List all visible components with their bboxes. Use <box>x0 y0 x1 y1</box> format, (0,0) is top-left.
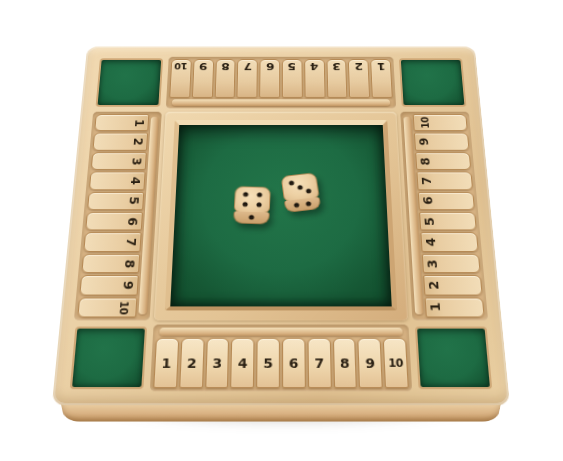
shut-the-box-board: 10987654321 12345678910 10987654321 1234… <box>52 47 510 406</box>
die-top-face <box>234 186 271 213</box>
die-left[interactable] <box>233 186 271 224</box>
tile-number: 3 <box>212 356 222 370</box>
tile-number: 6 <box>421 197 435 205</box>
tile-rack-bottom-player: 12345678910 <box>150 325 412 392</box>
corner-felt-top-right <box>399 58 467 106</box>
tile-number: 8 <box>340 356 350 370</box>
tile-number: 7 <box>314 356 324 370</box>
tile-right-4[interactable]: 4 <box>420 233 478 252</box>
tile-left-1[interactable]: 1 <box>94 114 149 131</box>
tile-number: 9 <box>121 281 135 290</box>
tile-number: 9 <box>417 138 430 146</box>
tile-number: 7 <box>243 61 252 71</box>
tile-right-8[interactable]: 8 <box>415 152 471 170</box>
die-pip <box>306 202 312 207</box>
die-pip <box>243 202 248 207</box>
tile-top-7[interactable]: 7 <box>237 59 258 98</box>
corner-felt-bottom-right <box>415 327 492 390</box>
tile-bottom-8[interactable]: 8 <box>332 338 357 388</box>
die-pip <box>297 185 303 190</box>
tile-number: 4 <box>424 238 438 247</box>
board-top-surface: 10987654321 12345678910 10987654321 1234… <box>52 47 510 406</box>
tile-number: 2 <box>427 281 441 290</box>
die-right[interactable] <box>281 173 322 213</box>
tile-number: 10 <box>118 301 130 315</box>
dice-pit <box>154 112 408 321</box>
tile-top-6[interactable]: 6 <box>259 59 280 98</box>
tile-left-5[interactable]: 5 <box>87 192 144 210</box>
die-front-face <box>284 198 321 214</box>
tile-bottom-1[interactable]: 1 <box>153 338 179 388</box>
tile-bottom-6[interactable]: 6 <box>282 338 306 388</box>
tile-left-9[interactable]: 9 <box>79 275 139 295</box>
tile-number: 7 <box>124 238 138 247</box>
tile-number: 5 <box>422 217 436 225</box>
tile-rack-top-player: 10987654321 <box>166 57 396 109</box>
tile-bottom-7[interactable]: 7 <box>307 338 331 388</box>
tile-number: 1 <box>428 303 442 312</box>
tile-number: 7 <box>420 177 433 185</box>
tile-number: 3 <box>332 61 341 71</box>
tile-number: 2 <box>187 356 197 370</box>
corner-felt-bottom-left <box>70 327 147 390</box>
die-pip <box>257 203 262 208</box>
felt-dice-area <box>165 120 397 310</box>
tile-left-3[interactable]: 3 <box>91 152 147 170</box>
tile-top-5[interactable]: 5 <box>282 59 303 98</box>
tile-right-7[interactable]: 7 <box>416 172 473 190</box>
tile-right-5[interactable]: 5 <box>419 212 477 231</box>
tile-number: 2 <box>132 138 145 146</box>
tile-bottom-4[interactable]: 4 <box>231 338 255 388</box>
pivot-rail-top <box>172 99 391 106</box>
tile-number: 5 <box>263 356 273 370</box>
tile-bottom-3[interactable]: 3 <box>205 338 230 388</box>
tile-number: 6 <box>266 61 274 71</box>
tile-bottom-2[interactable]: 2 <box>179 338 204 388</box>
tile-number: 4 <box>129 177 142 185</box>
die-pip <box>244 192 249 197</box>
tile-number: 10 <box>419 117 430 128</box>
tile-number: 8 <box>418 157 431 165</box>
tile-top-3[interactable]: 3 <box>326 59 348 98</box>
tile-number: 8 <box>123 259 137 268</box>
corner-felt-top-left <box>96 58 164 106</box>
tile-number: 1 <box>376 61 385 71</box>
tile-left-10[interactable]: 10 <box>77 297 137 317</box>
tile-number: 5 <box>127 197 141 205</box>
tile-number: 1 <box>161 356 171 370</box>
tile-number: 3 <box>425 259 439 268</box>
tile-top-4[interactable]: 4 <box>304 59 325 98</box>
tile-number: 9 <box>199 61 208 71</box>
tile-right-1[interactable]: 1 <box>425 297 485 317</box>
tile-left-2[interactable]: 2 <box>93 133 149 150</box>
die-pip <box>294 203 300 208</box>
tile-right-6[interactable]: 6 <box>418 192 475 210</box>
tile-number: 6 <box>289 356 299 370</box>
pivot-rail-bottom <box>159 328 402 336</box>
tile-left-7[interactable]: 7 <box>83 233 141 252</box>
tile-number: 4 <box>238 356 248 370</box>
tile-number: 2 <box>354 61 363 71</box>
tile-rack-right-player: 10987654321 <box>400 112 488 321</box>
tile-top-1[interactable]: 1 <box>370 59 392 98</box>
tile-number: 10 <box>388 357 403 368</box>
tile-right-3[interactable]: 3 <box>422 254 481 274</box>
tile-top-10[interactable]: 10 <box>169 59 191 98</box>
tiles-right: 10987654321 <box>412 113 486 318</box>
tile-left-6[interactable]: 6 <box>85 212 143 231</box>
tile-number: 1 <box>133 119 146 127</box>
tile-right-2[interactable]: 2 <box>423 275 483 295</box>
tile-number: 5 <box>288 61 296 71</box>
die-pip <box>289 181 295 186</box>
tile-number: 8 <box>221 61 230 71</box>
die-front-face <box>233 212 270 225</box>
tile-number: 9 <box>365 356 375 370</box>
tile-top-8[interactable]: 8 <box>214 59 236 98</box>
product-photo-scene: 10987654321 12345678910 10987654321 1234… <box>0 0 563 461</box>
tile-right-10[interactable]: 10 <box>413 114 468 131</box>
die-pip <box>257 193 262 198</box>
tile-number: 6 <box>126 217 140 225</box>
tiles-top: 10987654321 <box>168 58 393 98</box>
board-front-edge <box>61 403 501 421</box>
tile-top-9[interactable]: 9 <box>192 59 214 98</box>
die-pip <box>306 189 312 194</box>
tile-number: 10 <box>175 61 188 69</box>
tile-number: 4 <box>310 61 319 71</box>
tile-right-9[interactable]: 9 <box>414 133 470 150</box>
tile-bottom-10[interactable]: 10 <box>383 338 409 388</box>
tile-left-8[interactable]: 8 <box>81 254 140 274</box>
tiles-bottom: 12345678910 <box>152 337 410 389</box>
tile-number: 3 <box>130 157 143 165</box>
tile-rack-left-player: 12345678910 <box>74 112 162 321</box>
tile-left-4[interactable]: 4 <box>89 172 146 190</box>
tile-bottom-5[interactable]: 5 <box>256 338 280 388</box>
die-pip <box>249 215 254 220</box>
tile-top-2[interactable]: 2 <box>348 59 370 98</box>
tile-bottom-9[interactable]: 9 <box>358 338 383 388</box>
